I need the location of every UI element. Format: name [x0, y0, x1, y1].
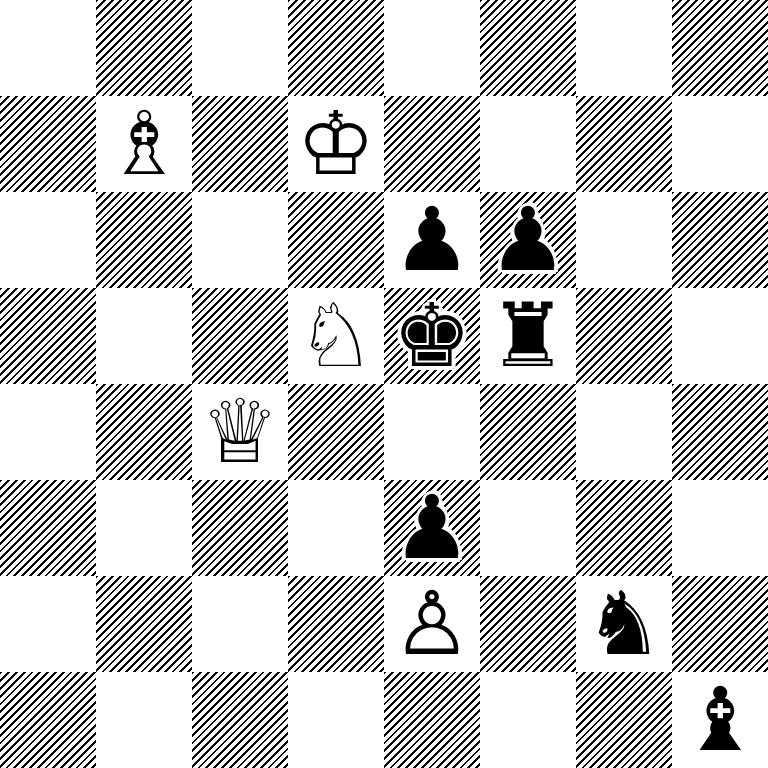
square-g4[interactable]	[576, 384, 672, 480]
square-c3[interactable]	[192, 480, 288, 576]
square-c8[interactable]	[192, 0, 288, 96]
piece-white-knight[interactable]: ♘	[297, 288, 376, 384]
square-g6[interactable]	[576, 192, 672, 288]
square-a3[interactable]	[0, 480, 96, 576]
square-c6[interactable]	[192, 192, 288, 288]
square-g3[interactable]	[576, 480, 672, 576]
square-b8[interactable]	[96, 0, 192, 96]
square-b5[interactable]	[96, 288, 192, 384]
square-a7[interactable]	[0, 96, 96, 192]
square-b4[interactable]	[96, 384, 192, 480]
square-d5[interactable]: ♘	[288, 288, 384, 384]
square-h2[interactable]	[672, 576, 768, 672]
square-a6[interactable]	[0, 192, 96, 288]
square-a1[interactable]	[0, 672, 96, 768]
square-f5[interactable]: ♜	[480, 288, 576, 384]
square-e7[interactable]	[384, 96, 480, 192]
square-d3[interactable]	[288, 480, 384, 576]
square-c5[interactable]	[192, 288, 288, 384]
square-d6[interactable]	[288, 192, 384, 288]
square-e2[interactable]: ♙	[384, 576, 480, 672]
square-b2[interactable]	[96, 576, 192, 672]
square-b1[interactable]	[96, 672, 192, 768]
square-g7[interactable]	[576, 96, 672, 192]
square-a2[interactable]	[0, 576, 96, 672]
square-h6[interactable]	[672, 192, 768, 288]
piece-white-queen[interactable]: ♕	[201, 384, 280, 480]
square-e6[interactable]: ♟	[384, 192, 480, 288]
square-h3[interactable]	[672, 480, 768, 576]
square-e4[interactable]	[384, 384, 480, 480]
piece-black-pawn[interactable]: ♟	[393, 480, 472, 576]
square-d2[interactable]	[288, 576, 384, 672]
piece-black-king[interactable]: ♚	[393, 288, 472, 384]
square-g5[interactable]	[576, 288, 672, 384]
piece-black-bishop[interactable]: ♝	[681, 672, 760, 768]
square-h8[interactable]	[672, 0, 768, 96]
piece-black-pawn[interactable]: ♟	[489, 192, 568, 288]
square-e1[interactable]	[384, 672, 480, 768]
piece-white-king[interactable]: ♔	[297, 96, 376, 192]
square-f3[interactable]	[480, 480, 576, 576]
square-c4[interactable]: ♕	[192, 384, 288, 480]
square-f2[interactable]	[480, 576, 576, 672]
square-c1[interactable]	[192, 672, 288, 768]
square-d7[interactable]: ♔	[288, 96, 384, 192]
square-f7[interactable]	[480, 96, 576, 192]
piece-white-bishop[interactable]: ♗	[105, 96, 184, 192]
piece-white-pawn[interactable]: ♙	[393, 576, 472, 672]
square-c7[interactable]	[192, 96, 288, 192]
chess-board: ♗♔♟♟♘♚♜♕♟♙♞♝	[0, 0, 768, 768]
square-e8[interactable]	[384, 0, 480, 96]
square-a8[interactable]	[0, 0, 96, 96]
square-d1[interactable]	[288, 672, 384, 768]
square-g8[interactable]	[576, 0, 672, 96]
square-b3[interactable]	[96, 480, 192, 576]
piece-black-pawn[interactable]: ♟	[393, 192, 472, 288]
square-h5[interactable]	[672, 288, 768, 384]
square-g1[interactable]	[576, 672, 672, 768]
square-e5[interactable]: ♚	[384, 288, 480, 384]
square-g2[interactable]: ♞	[576, 576, 672, 672]
square-f6[interactable]: ♟	[480, 192, 576, 288]
square-a5[interactable]	[0, 288, 96, 384]
square-h4[interactable]	[672, 384, 768, 480]
square-a4[interactable]	[0, 384, 96, 480]
square-h7[interactable]	[672, 96, 768, 192]
square-e3[interactable]: ♟	[384, 480, 480, 576]
square-f4[interactable]	[480, 384, 576, 480]
square-b6[interactable]	[96, 192, 192, 288]
square-d8[interactable]	[288, 0, 384, 96]
piece-black-knight[interactable]: ♞	[585, 576, 664, 672]
square-h1[interactable]: ♝	[672, 672, 768, 768]
square-b7[interactable]: ♗	[96, 96, 192, 192]
square-f1[interactable]	[480, 672, 576, 768]
square-d4[interactable]	[288, 384, 384, 480]
piece-black-rook[interactable]: ♜	[489, 288, 568, 384]
square-c2[interactable]	[192, 576, 288, 672]
square-f8[interactable]	[480, 0, 576, 96]
